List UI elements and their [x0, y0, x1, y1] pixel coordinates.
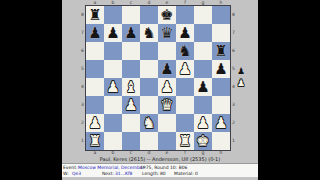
square-e6 [158, 42, 176, 60]
white-king-g1: ♚ [194, 132, 212, 150]
square-c5 [122, 60, 140, 78]
square-a6 [86, 42, 104, 60]
coord-label-5: 5 [80, 60, 85, 78]
length-label: Length: [142, 171, 159, 176]
black-pawn-c7: ♟ [122, 24, 140, 42]
white-bishop-c4: ♝ [122, 78, 140, 96]
white-pawn-f5: ♟ [176, 60, 194, 78]
move-label: W: [63, 171, 69, 176]
white-pawn-b4: ♟ [104, 78, 122, 96]
square-d5 [140, 60, 158, 78]
white-queen-e3: ♛ [158, 96, 176, 114]
white-pawn-a2: ♟ [86, 114, 104, 132]
square-f3 [176, 96, 194, 114]
square-e2 [158, 114, 176, 132]
coord-label-8: 8 [80, 6, 85, 24]
game-info-strip: Event: Moscow Memorial, December 1975, R… [62, 163, 258, 177]
coord-label-3: 3 [231, 96, 236, 114]
captured-black-piece-icon: ♟ [236, 66, 246, 76]
square-h4 [212, 78, 230, 96]
next-label: Next: [102, 171, 114, 176]
white-rook-f1: ♜ [176, 132, 194, 150]
material-value: 0 [195, 171, 198, 176]
white-rook-a1: ♜ [86, 132, 104, 150]
square-g7 [194, 24, 212, 42]
square-d4 [140, 78, 158, 96]
square-c2 [122, 114, 140, 132]
captured-white-piece-icon: ♟ [236, 78, 246, 88]
black-pawn-f7: ♟ [176, 24, 194, 42]
white-pawn-h2: ♟ [212, 114, 230, 132]
rank-labels-left: 87654321 [80, 6, 85, 150]
coord-label-2: 2 [80, 114, 85, 132]
event-detail: 1975, Round 10: B06 [140, 165, 187, 170]
square-a3 [86, 96, 104, 114]
square-g6 [194, 42, 212, 60]
coord-label-6: 6 [231, 42, 236, 60]
length-value: 80 [160, 171, 166, 176]
coord-label-2: 2 [231, 114, 236, 132]
chess-board: ♜♚♟♟♟♞♛♟♞♜♟♟♟♟♝♟♟♟♛♟♞♟♟♜♜♚ [86, 6, 230, 150]
coord-label-7: 7 [80, 24, 85, 42]
coord-label-8: 8 [231, 6, 236, 24]
white-pawn-c3: ♟ [122, 96, 140, 114]
coord-label-4: 4 [80, 78, 85, 96]
chess-diagram-panel: abcdefgh 87654321 87654321 abcdefgh ♜♚♟♟… [62, 0, 258, 180]
white-knight-d2: ♞ [140, 114, 158, 132]
coord-label-7: 7 [231, 24, 236, 42]
event-label: Event: [63, 165, 77, 170]
coord-label-3: 3 [80, 96, 85, 114]
square-h1 [212, 132, 230, 150]
next-value: 31...Kf8 [115, 171, 132, 176]
square-a5 [86, 60, 104, 78]
square-h7 [212, 24, 230, 42]
square-a4 [86, 78, 104, 96]
square-f2 [176, 114, 194, 132]
square-f8 [176, 6, 194, 24]
black-pawn-g4: ♟ [194, 78, 212, 96]
material-label: Material: [174, 171, 194, 176]
coord-label-1: 1 [80, 132, 85, 150]
square-d1 [140, 132, 158, 150]
black-knight-d7: ♞ [140, 24, 158, 42]
square-g3 [194, 96, 212, 114]
square-b5 [104, 60, 122, 78]
square-b1 [104, 132, 122, 150]
square-h8 [212, 6, 230, 24]
black-king-e8: ♚ [158, 6, 176, 24]
event-link: Moscow Memorial, December [78, 165, 144, 170]
square-h3 [212, 96, 230, 114]
square-d6 [140, 42, 158, 60]
square-d8 [140, 6, 158, 24]
square-e1 [158, 132, 176, 150]
white-pawn-e4: ♟ [158, 78, 176, 96]
white-pawn-g2: ♟ [194, 114, 212, 132]
square-d3 [140, 96, 158, 114]
move-value: Qe3 [72, 171, 81, 176]
square-b2 [104, 114, 122, 132]
square-g8 [194, 6, 212, 24]
square-c1 [122, 132, 140, 150]
coord-label-1: 1 [231, 132, 236, 150]
players-caption: Paul, Keres (2615) -- Andersson, Ulf (25… [62, 156, 258, 163]
square-b6 [104, 42, 122, 60]
coord-label-6: 6 [80, 42, 85, 60]
square-c8 [122, 6, 140, 24]
black-pawn-a7: ♟ [86, 24, 104, 42]
square-c6 [122, 42, 140, 60]
black-pawn-e5: ♟ [158, 60, 176, 78]
square-b3 [104, 96, 122, 114]
black-queen-e7: ♛ [158, 24, 176, 42]
black-pawn-b7: ♟ [104, 24, 122, 42]
square-b8 [104, 6, 122, 24]
black-rook-h6: ♜ [212, 42, 230, 60]
black-pawn-h5: ♟ [212, 60, 230, 78]
square-g5 [194, 60, 212, 78]
video-frame: abcdefgh 87654321 87654321 abcdefgh ♜♚♟♟… [0, 0, 320, 180]
black-knight-f6: ♞ [176, 42, 194, 60]
black-rook-a8: ♜ [86, 6, 104, 24]
square-f4 [176, 78, 194, 96]
